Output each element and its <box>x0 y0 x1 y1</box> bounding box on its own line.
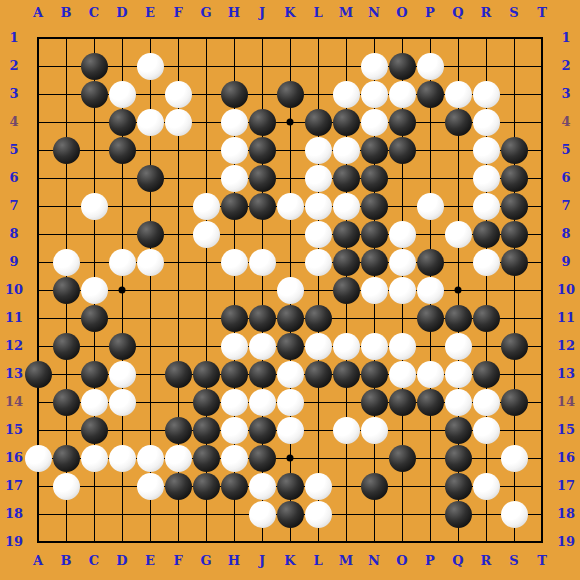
point-L14[interactable] <box>304 388 332 416</box>
point-J4[interactable] <box>248 108 276 136</box>
point-O5[interactable] <box>388 136 416 164</box>
point-B1[interactable] <box>52 24 80 52</box>
point-E14[interactable] <box>136 388 164 416</box>
point-D1[interactable] <box>108 24 136 52</box>
point-C18[interactable] <box>80 500 108 528</box>
point-O14[interactable] <box>388 388 416 416</box>
point-O17[interactable] <box>388 472 416 500</box>
point-J5[interactable] <box>248 136 276 164</box>
point-J12[interactable] <box>248 332 276 360</box>
point-G14[interactable] <box>192 388 220 416</box>
point-O12[interactable] <box>388 332 416 360</box>
point-M5[interactable] <box>332 136 360 164</box>
point-C8[interactable] <box>80 220 108 248</box>
point-L3[interactable] <box>304 80 332 108</box>
point-O8[interactable] <box>388 220 416 248</box>
point-J1[interactable] <box>248 24 276 52</box>
point-E3[interactable] <box>136 80 164 108</box>
point-G16[interactable] <box>192 444 220 472</box>
point-N5[interactable] <box>360 136 388 164</box>
point-P9[interactable] <box>416 248 444 276</box>
point-J7[interactable] <box>248 192 276 220</box>
point-R12[interactable] <box>472 332 500 360</box>
point-O6[interactable] <box>388 164 416 192</box>
point-C1[interactable] <box>80 24 108 52</box>
point-S19[interactable] <box>500 528 528 556</box>
point-Q15[interactable] <box>444 416 472 444</box>
point-H9[interactable] <box>220 248 248 276</box>
point-N12[interactable] <box>360 332 388 360</box>
point-N2[interactable] <box>360 52 388 80</box>
point-Q13[interactable] <box>444 360 472 388</box>
point-F19[interactable] <box>164 528 192 556</box>
point-H17[interactable] <box>220 472 248 500</box>
point-E16[interactable] <box>136 444 164 472</box>
point-Q16[interactable] <box>444 444 472 472</box>
point-P12[interactable] <box>416 332 444 360</box>
point-L9[interactable] <box>304 248 332 276</box>
point-P11[interactable] <box>416 304 444 332</box>
point-R4[interactable] <box>472 108 500 136</box>
point-K2[interactable] <box>276 52 304 80</box>
point-N4[interactable] <box>360 108 388 136</box>
point-T12[interactable] <box>528 332 556 360</box>
point-T13[interactable] <box>528 360 556 388</box>
point-S10[interactable] <box>500 276 528 304</box>
point-B2[interactable] <box>52 52 80 80</box>
point-D6[interactable] <box>108 164 136 192</box>
point-K14[interactable] <box>276 388 304 416</box>
point-Q2[interactable] <box>444 52 472 80</box>
point-R11[interactable] <box>472 304 500 332</box>
point-F8[interactable] <box>164 220 192 248</box>
point-F6[interactable] <box>164 164 192 192</box>
point-G18[interactable] <box>192 500 220 528</box>
point-N15[interactable] <box>360 416 388 444</box>
point-Q7[interactable] <box>444 192 472 220</box>
point-C3[interactable] <box>80 80 108 108</box>
point-T6[interactable] <box>528 164 556 192</box>
point-F12[interactable] <box>164 332 192 360</box>
point-O7[interactable] <box>388 192 416 220</box>
point-B8[interactable] <box>52 220 80 248</box>
point-S6[interactable] <box>500 164 528 192</box>
point-Q6[interactable] <box>444 164 472 192</box>
point-E12[interactable] <box>136 332 164 360</box>
point-B10[interactable] <box>52 276 80 304</box>
point-R16[interactable] <box>472 444 500 472</box>
point-O18[interactable] <box>388 500 416 528</box>
point-F15[interactable] <box>164 416 192 444</box>
point-K16[interactable] <box>276 444 304 472</box>
point-B15[interactable] <box>52 416 80 444</box>
point-E13[interactable] <box>136 360 164 388</box>
point-H15[interactable] <box>220 416 248 444</box>
point-F10[interactable] <box>164 276 192 304</box>
point-D5[interactable] <box>108 136 136 164</box>
point-M8[interactable] <box>332 220 360 248</box>
point-F2[interactable] <box>164 52 192 80</box>
point-R17[interactable] <box>472 472 500 500</box>
point-G7[interactable] <box>192 192 220 220</box>
point-C14[interactable] <box>80 388 108 416</box>
point-O3[interactable] <box>388 80 416 108</box>
point-M11[interactable] <box>332 304 360 332</box>
point-Q19[interactable] <box>444 528 472 556</box>
point-A11[interactable] <box>24 304 52 332</box>
point-G8[interactable] <box>192 220 220 248</box>
point-O9[interactable] <box>388 248 416 276</box>
point-A4[interactable] <box>24 108 52 136</box>
point-D9[interactable] <box>108 248 136 276</box>
point-A19[interactable] <box>24 528 52 556</box>
point-P3[interactable] <box>416 80 444 108</box>
point-A3[interactable] <box>24 80 52 108</box>
point-A8[interactable] <box>24 220 52 248</box>
point-O11[interactable] <box>388 304 416 332</box>
point-H14[interactable] <box>220 388 248 416</box>
point-C5[interactable] <box>80 136 108 164</box>
point-J13[interactable] <box>248 360 276 388</box>
point-Q9[interactable] <box>444 248 472 276</box>
point-N6[interactable] <box>360 164 388 192</box>
point-D13[interactable] <box>108 360 136 388</box>
point-B7[interactable] <box>52 192 80 220</box>
point-D11[interactable] <box>108 304 136 332</box>
point-L2[interactable] <box>304 52 332 80</box>
point-C7[interactable] <box>80 192 108 220</box>
point-M4[interactable] <box>332 108 360 136</box>
point-S17[interactable] <box>500 472 528 500</box>
point-N17[interactable] <box>360 472 388 500</box>
point-J11[interactable] <box>248 304 276 332</box>
point-B12[interactable] <box>52 332 80 360</box>
point-Q5[interactable] <box>444 136 472 164</box>
point-O1[interactable] <box>388 24 416 52</box>
point-E10[interactable] <box>136 276 164 304</box>
point-Q8[interactable] <box>444 220 472 248</box>
point-R14[interactable] <box>472 388 500 416</box>
point-P14[interactable] <box>416 388 444 416</box>
point-H3[interactable] <box>220 80 248 108</box>
point-E11[interactable] <box>136 304 164 332</box>
point-G17[interactable] <box>192 472 220 500</box>
point-E5[interactable] <box>136 136 164 164</box>
point-N10[interactable] <box>360 276 388 304</box>
point-P2[interactable] <box>416 52 444 80</box>
point-L19[interactable] <box>304 528 332 556</box>
point-O16[interactable] <box>388 444 416 472</box>
point-G12[interactable] <box>192 332 220 360</box>
point-T18[interactable] <box>528 500 556 528</box>
point-F16[interactable] <box>164 444 192 472</box>
point-T9[interactable] <box>528 248 556 276</box>
point-R1[interactable] <box>472 24 500 52</box>
point-B17[interactable] <box>52 472 80 500</box>
point-G15[interactable] <box>192 416 220 444</box>
point-P6[interactable] <box>416 164 444 192</box>
point-D8[interactable] <box>108 220 136 248</box>
point-K5[interactable] <box>276 136 304 164</box>
point-L7[interactable] <box>304 192 332 220</box>
point-O10[interactable] <box>388 276 416 304</box>
point-G10[interactable] <box>192 276 220 304</box>
point-J14[interactable] <box>248 388 276 416</box>
point-F18[interactable] <box>164 500 192 528</box>
point-L4[interactable] <box>304 108 332 136</box>
point-N3[interactable] <box>360 80 388 108</box>
point-H8[interactable] <box>220 220 248 248</box>
point-G11[interactable] <box>192 304 220 332</box>
point-G9[interactable] <box>192 248 220 276</box>
point-P13[interactable] <box>416 360 444 388</box>
point-M1[interactable] <box>332 24 360 52</box>
point-Q10[interactable] <box>444 276 472 304</box>
point-O2[interactable] <box>388 52 416 80</box>
point-H1[interactable] <box>220 24 248 52</box>
point-S12[interactable] <box>500 332 528 360</box>
point-C17[interactable] <box>80 472 108 500</box>
point-M10[interactable] <box>332 276 360 304</box>
point-S5[interactable] <box>500 136 528 164</box>
point-K8[interactable] <box>276 220 304 248</box>
point-J9[interactable] <box>248 248 276 276</box>
point-D4[interactable] <box>108 108 136 136</box>
point-P7[interactable] <box>416 192 444 220</box>
point-J17[interactable] <box>248 472 276 500</box>
point-F4[interactable] <box>164 108 192 136</box>
point-J16[interactable] <box>248 444 276 472</box>
point-T5[interactable] <box>528 136 556 164</box>
point-G6[interactable] <box>192 164 220 192</box>
point-A13[interactable] <box>24 360 52 388</box>
point-T1[interactable] <box>528 24 556 52</box>
point-S13[interactable] <box>500 360 528 388</box>
point-C13[interactable] <box>80 360 108 388</box>
point-L15[interactable] <box>304 416 332 444</box>
point-K6[interactable] <box>276 164 304 192</box>
point-F14[interactable] <box>164 388 192 416</box>
point-C16[interactable] <box>80 444 108 472</box>
point-C2[interactable] <box>80 52 108 80</box>
point-Q14[interactable] <box>444 388 472 416</box>
point-F3[interactable] <box>164 80 192 108</box>
point-E4[interactable] <box>136 108 164 136</box>
point-D14[interactable] <box>108 388 136 416</box>
point-N7[interactable] <box>360 192 388 220</box>
point-A12[interactable] <box>24 332 52 360</box>
point-L17[interactable] <box>304 472 332 500</box>
point-H16[interactable] <box>220 444 248 472</box>
point-C19[interactable] <box>80 528 108 556</box>
point-P17[interactable] <box>416 472 444 500</box>
point-A5[interactable] <box>24 136 52 164</box>
point-F11[interactable] <box>164 304 192 332</box>
point-C10[interactable] <box>80 276 108 304</box>
point-D17[interactable] <box>108 472 136 500</box>
point-E17[interactable] <box>136 472 164 500</box>
point-H2[interactable] <box>220 52 248 80</box>
point-R6[interactable] <box>472 164 500 192</box>
point-C12[interactable] <box>80 332 108 360</box>
point-T19[interactable] <box>528 528 556 556</box>
point-M9[interactable] <box>332 248 360 276</box>
point-L8[interactable] <box>304 220 332 248</box>
point-B3[interactable] <box>52 80 80 108</box>
point-Q18[interactable] <box>444 500 472 528</box>
point-T16[interactable] <box>528 444 556 472</box>
point-J8[interactable] <box>248 220 276 248</box>
point-T11[interactable] <box>528 304 556 332</box>
point-D3[interactable] <box>108 80 136 108</box>
point-K7[interactable] <box>276 192 304 220</box>
point-F7[interactable] <box>164 192 192 220</box>
point-T3[interactable] <box>528 80 556 108</box>
point-D19[interactable] <box>108 528 136 556</box>
point-L12[interactable] <box>304 332 332 360</box>
point-N19[interactable] <box>360 528 388 556</box>
point-H13[interactable] <box>220 360 248 388</box>
point-S11[interactable] <box>500 304 528 332</box>
point-R8[interactable] <box>472 220 500 248</box>
point-F9[interactable] <box>164 248 192 276</box>
point-L13[interactable] <box>304 360 332 388</box>
point-T4[interactable] <box>528 108 556 136</box>
point-S15[interactable] <box>500 416 528 444</box>
point-M15[interactable] <box>332 416 360 444</box>
point-S18[interactable] <box>500 500 528 528</box>
point-H10[interactable] <box>220 276 248 304</box>
point-G4[interactable] <box>192 108 220 136</box>
point-P1[interactable] <box>416 24 444 52</box>
point-O13[interactable] <box>388 360 416 388</box>
point-E1[interactable] <box>136 24 164 52</box>
point-K9[interactable] <box>276 248 304 276</box>
point-J19[interactable] <box>248 528 276 556</box>
point-G3[interactable] <box>192 80 220 108</box>
point-A16[interactable] <box>24 444 52 472</box>
point-T7[interactable] <box>528 192 556 220</box>
point-L6[interactable] <box>304 164 332 192</box>
point-S2[interactable] <box>500 52 528 80</box>
point-H18[interactable] <box>220 500 248 528</box>
point-R2[interactable] <box>472 52 500 80</box>
point-P19[interactable] <box>416 528 444 556</box>
point-R9[interactable] <box>472 248 500 276</box>
point-L11[interactable] <box>304 304 332 332</box>
point-H7[interactable] <box>220 192 248 220</box>
point-D10[interactable] <box>108 276 136 304</box>
point-S7[interactable] <box>500 192 528 220</box>
point-H4[interactable] <box>220 108 248 136</box>
point-M12[interactable] <box>332 332 360 360</box>
point-K12[interactable] <box>276 332 304 360</box>
point-H6[interactable] <box>220 164 248 192</box>
point-N1[interactable] <box>360 24 388 52</box>
point-B11[interactable] <box>52 304 80 332</box>
point-T17[interactable] <box>528 472 556 500</box>
point-R18[interactable] <box>472 500 500 528</box>
point-C15[interactable] <box>80 416 108 444</box>
point-G5[interactable] <box>192 136 220 164</box>
point-O19[interactable] <box>388 528 416 556</box>
point-M6[interactable] <box>332 164 360 192</box>
point-T10[interactable] <box>528 276 556 304</box>
point-L5[interactable] <box>304 136 332 164</box>
point-M18[interactable] <box>332 500 360 528</box>
point-M7[interactable] <box>332 192 360 220</box>
point-L1[interactable] <box>304 24 332 52</box>
point-D2[interactable] <box>108 52 136 80</box>
point-K10[interactable] <box>276 276 304 304</box>
point-R7[interactable] <box>472 192 500 220</box>
point-H12[interactable] <box>220 332 248 360</box>
point-J6[interactable] <box>248 164 276 192</box>
point-P18[interactable] <box>416 500 444 528</box>
point-M14[interactable] <box>332 388 360 416</box>
point-L10[interactable] <box>304 276 332 304</box>
point-P15[interactable] <box>416 416 444 444</box>
point-T15[interactable] <box>528 416 556 444</box>
point-K3[interactable] <box>276 80 304 108</box>
point-M2[interactable] <box>332 52 360 80</box>
point-D16[interactable] <box>108 444 136 472</box>
point-N8[interactable] <box>360 220 388 248</box>
point-D18[interactable] <box>108 500 136 528</box>
point-B14[interactable] <box>52 388 80 416</box>
point-A9[interactable] <box>24 248 52 276</box>
point-A15[interactable] <box>24 416 52 444</box>
point-K1[interactable] <box>276 24 304 52</box>
point-O15[interactable] <box>388 416 416 444</box>
point-Q17[interactable] <box>444 472 472 500</box>
point-S16[interactable] <box>500 444 528 472</box>
point-A10[interactable] <box>24 276 52 304</box>
point-C11[interactable] <box>80 304 108 332</box>
point-T8[interactable] <box>528 220 556 248</box>
point-A1[interactable] <box>24 24 52 52</box>
point-P5[interactable] <box>416 136 444 164</box>
point-S4[interactable] <box>500 108 528 136</box>
point-F1[interactable] <box>164 24 192 52</box>
point-E15[interactable] <box>136 416 164 444</box>
point-K17[interactable] <box>276 472 304 500</box>
point-C9[interactable] <box>80 248 108 276</box>
point-K18[interactable] <box>276 500 304 528</box>
point-K4[interactable] <box>276 108 304 136</box>
point-S8[interactable] <box>500 220 528 248</box>
point-B9[interactable] <box>52 248 80 276</box>
point-A17[interactable] <box>24 472 52 500</box>
point-F17[interactable] <box>164 472 192 500</box>
point-K13[interactable] <box>276 360 304 388</box>
point-N16[interactable] <box>360 444 388 472</box>
point-N14[interactable] <box>360 388 388 416</box>
point-H5[interactable] <box>220 136 248 164</box>
point-H19[interactable] <box>220 528 248 556</box>
point-A14[interactable] <box>24 388 52 416</box>
point-J2[interactable] <box>248 52 276 80</box>
point-N9[interactable] <box>360 248 388 276</box>
point-H11[interactable] <box>220 304 248 332</box>
point-G13[interactable] <box>192 360 220 388</box>
point-E18[interactable] <box>136 500 164 528</box>
point-R3[interactable] <box>472 80 500 108</box>
point-T2[interactable] <box>528 52 556 80</box>
point-Q11[interactable] <box>444 304 472 332</box>
point-P8[interactable] <box>416 220 444 248</box>
point-N18[interactable] <box>360 500 388 528</box>
